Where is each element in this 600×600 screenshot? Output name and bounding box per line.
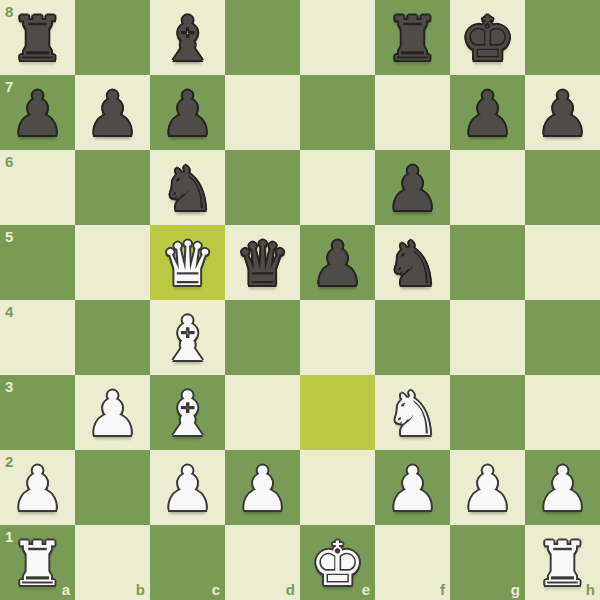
square-g1[interactable]: g bbox=[450, 525, 525, 600]
white-rook[interactable]: ♜ bbox=[0, 525, 75, 600]
square-a2[interactable]: 2♟ bbox=[0, 450, 75, 525]
white-rook[interactable]: ♜ bbox=[525, 525, 600, 600]
square-d2[interactable]: ♟ bbox=[225, 450, 300, 525]
square-e8[interactable] bbox=[300, 0, 375, 75]
square-e5[interactable]: ♟ bbox=[300, 225, 375, 300]
square-d4[interactable] bbox=[225, 300, 300, 375]
square-f1[interactable]: f bbox=[375, 525, 450, 600]
square-d7[interactable] bbox=[225, 75, 300, 150]
chess-board: 8♜♝♜♚7♟♟♟♟♟6♞♟5♛♛♟♞4♝3♟♝♞2♟♟♟♟♟♟1a♜bcde♚… bbox=[0, 0, 600, 600]
square-f6[interactable]: ♟ bbox=[375, 150, 450, 225]
square-e3[interactable] bbox=[300, 375, 375, 450]
file-label-f: f bbox=[440, 581, 445, 598]
white-king[interactable]: ♚ bbox=[300, 525, 375, 600]
square-c7[interactable]: ♟ bbox=[150, 75, 225, 150]
file-label-g: g bbox=[511, 581, 520, 598]
white-pawn[interactable]: ♟ bbox=[150, 450, 225, 525]
square-c2[interactable]: ♟ bbox=[150, 450, 225, 525]
white-pawn[interactable]: ♟ bbox=[0, 450, 75, 525]
square-g5[interactable] bbox=[450, 225, 525, 300]
square-a7[interactable]: 7♟ bbox=[0, 75, 75, 150]
square-f3[interactable]: ♞ bbox=[375, 375, 450, 450]
square-b2[interactable] bbox=[75, 450, 150, 525]
square-a4[interactable]: 4 bbox=[0, 300, 75, 375]
rank-label-6: 6 bbox=[5, 153, 13, 170]
square-a6[interactable]: 6 bbox=[0, 150, 75, 225]
square-g6[interactable] bbox=[450, 150, 525, 225]
file-label-c: c bbox=[212, 581, 220, 598]
square-a3[interactable]: 3 bbox=[0, 375, 75, 450]
square-c4[interactable]: ♝ bbox=[150, 300, 225, 375]
black-knight[interactable]: ♞ bbox=[375, 225, 450, 300]
square-f5[interactable]: ♞ bbox=[375, 225, 450, 300]
square-a1[interactable]: 1a♜ bbox=[0, 525, 75, 600]
square-h7[interactable]: ♟ bbox=[525, 75, 600, 150]
square-h4[interactable] bbox=[525, 300, 600, 375]
square-f8[interactable]: ♜ bbox=[375, 0, 450, 75]
black-knight[interactable]: ♞ bbox=[150, 150, 225, 225]
square-b1[interactable]: b bbox=[75, 525, 150, 600]
black-pawn[interactable]: ♟ bbox=[75, 75, 150, 150]
black-bishop[interactable]: ♝ bbox=[150, 0, 225, 75]
square-c5[interactable]: ♛ bbox=[150, 225, 225, 300]
black-pawn[interactable]: ♟ bbox=[0, 75, 75, 150]
black-king[interactable]: ♚ bbox=[450, 0, 525, 75]
square-h5[interactable] bbox=[525, 225, 600, 300]
square-d5[interactable]: ♛ bbox=[225, 225, 300, 300]
white-pawn[interactable]: ♟ bbox=[525, 450, 600, 525]
square-h3[interactable] bbox=[525, 375, 600, 450]
square-a5[interactable]: 5 bbox=[0, 225, 75, 300]
square-c3[interactable]: ♝ bbox=[150, 375, 225, 450]
square-b4[interactable] bbox=[75, 300, 150, 375]
square-d3[interactable] bbox=[225, 375, 300, 450]
square-h8[interactable] bbox=[525, 0, 600, 75]
square-b8[interactable] bbox=[75, 0, 150, 75]
square-b7[interactable]: ♟ bbox=[75, 75, 150, 150]
white-bishop[interactable]: ♝ bbox=[150, 375, 225, 450]
square-f2[interactable]: ♟ bbox=[375, 450, 450, 525]
square-b5[interactable] bbox=[75, 225, 150, 300]
square-e1[interactable]: e♚ bbox=[300, 525, 375, 600]
white-pawn[interactable]: ♟ bbox=[450, 450, 525, 525]
white-bishop[interactable]: ♝ bbox=[150, 300, 225, 375]
square-f7[interactable] bbox=[375, 75, 450, 150]
square-e4[interactable] bbox=[300, 300, 375, 375]
square-d6[interactable] bbox=[225, 150, 300, 225]
white-pawn[interactable]: ♟ bbox=[75, 375, 150, 450]
black-pawn[interactable]: ♟ bbox=[300, 225, 375, 300]
white-pawn[interactable]: ♟ bbox=[225, 450, 300, 525]
black-rook[interactable]: ♜ bbox=[375, 0, 450, 75]
square-e2[interactable] bbox=[300, 450, 375, 525]
file-label-d: d bbox=[286, 581, 295, 598]
white-pawn[interactable]: ♟ bbox=[375, 450, 450, 525]
black-pawn[interactable]: ♟ bbox=[450, 75, 525, 150]
square-g4[interactable] bbox=[450, 300, 525, 375]
black-pawn[interactable]: ♟ bbox=[525, 75, 600, 150]
rank-label-4: 4 bbox=[5, 303, 13, 320]
black-queen[interactable]: ♛ bbox=[225, 225, 300, 300]
rank-label-3: 3 bbox=[5, 378, 13, 395]
square-g7[interactable]: ♟ bbox=[450, 75, 525, 150]
square-h2[interactable]: ♟ bbox=[525, 450, 600, 525]
square-g2[interactable]: ♟ bbox=[450, 450, 525, 525]
black-pawn[interactable]: ♟ bbox=[375, 150, 450, 225]
rank-label-5: 5 bbox=[5, 228, 13, 245]
file-label-b: b bbox=[136, 581, 145, 598]
white-knight[interactable]: ♞ bbox=[375, 375, 450, 450]
square-d8[interactable] bbox=[225, 0, 300, 75]
square-b3[interactable]: ♟ bbox=[75, 375, 150, 450]
black-rook[interactable]: ♜ bbox=[0, 0, 75, 75]
square-e7[interactable] bbox=[300, 75, 375, 150]
square-d1[interactable]: d bbox=[225, 525, 300, 600]
square-f4[interactable] bbox=[375, 300, 450, 375]
square-e6[interactable] bbox=[300, 150, 375, 225]
white-queen[interactable]: ♛ bbox=[150, 225, 225, 300]
square-g3[interactable] bbox=[450, 375, 525, 450]
square-a8[interactable]: 8♜ bbox=[0, 0, 75, 75]
square-c6[interactable]: ♞ bbox=[150, 150, 225, 225]
square-h6[interactable] bbox=[525, 150, 600, 225]
square-h1[interactable]: h♜ bbox=[525, 525, 600, 600]
square-c8[interactable]: ♝ bbox=[150, 0, 225, 75]
square-g8[interactable]: ♚ bbox=[450, 0, 525, 75]
square-b6[interactable] bbox=[75, 150, 150, 225]
square-c1[interactable]: c bbox=[150, 525, 225, 600]
black-pawn[interactable]: ♟ bbox=[150, 75, 225, 150]
